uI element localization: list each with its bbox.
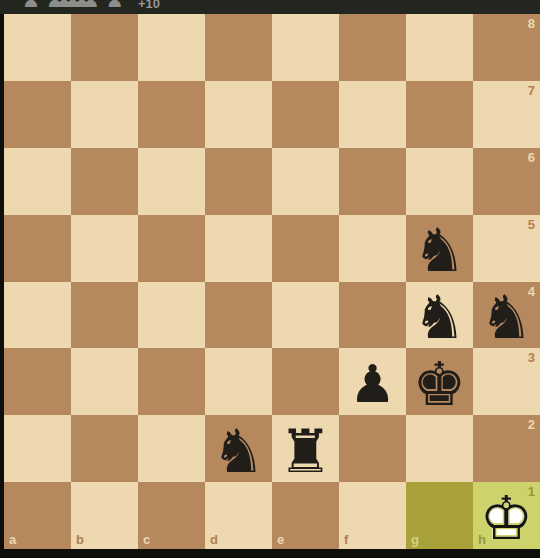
black-knight-g5[interactable]: ♞	[413, 220, 467, 280]
square-h2[interactable]: 2	[473, 415, 540, 482]
square-f4[interactable]	[339, 282, 406, 349]
square-d5[interactable]	[205, 215, 272, 282]
black-knight-g4[interactable]: ♞	[413, 287, 467, 347]
square-g4[interactable]: ♞	[406, 282, 473, 349]
square-h5[interactable]: 5	[473, 215, 540, 282]
rank-label-7: 7	[528, 84, 535, 97]
square-h3[interactable]: 3	[473, 348, 540, 415]
square-a4[interactable]	[4, 282, 71, 349]
square-e6[interactable]	[272, 148, 339, 215]
black-king-g3[interactable]: ♚	[413, 354, 467, 414]
square-g1[interactable]: g	[406, 482, 473, 549]
square-a2[interactable]	[4, 415, 71, 482]
square-a8[interactable]	[4, 14, 71, 81]
square-c3[interactable]	[138, 348, 205, 415]
rank-label-2: 2	[528, 418, 535, 431]
file-label-b: b	[76, 533, 84, 546]
white-king-h1[interactable]: ♚♔	[480, 488, 534, 548]
square-b4[interactable]	[71, 282, 138, 349]
square-a1[interactable]: a	[4, 482, 71, 549]
black-knight-d2[interactable]: ♞	[212, 421, 266, 481]
square-h4[interactable]: 4♞	[473, 282, 540, 349]
material-advantage: +10	[138, 0, 160, 11]
square-h1[interactable]: 1h♚♔	[473, 482, 540, 549]
square-g6[interactable]	[406, 148, 473, 215]
file-label-g: g	[411, 533, 419, 546]
captured-white-pawn-icon: ♟	[22, 0, 40, 10]
square-a5[interactable]	[4, 215, 71, 282]
square-b2[interactable]	[71, 415, 138, 482]
square-h7[interactable]: 7	[473, 81, 540, 148]
square-f8[interactable]	[339, 14, 406, 81]
square-e2[interactable]: ♜	[272, 415, 339, 482]
square-f1[interactable]: f	[339, 482, 406, 549]
square-d4[interactable]	[205, 282, 272, 349]
square-f7[interactable]	[339, 81, 406, 148]
black-pawn-f3[interactable]: ♟	[349, 358, 396, 410]
captured-white-pawn-icon: ♟	[106, 0, 124, 10]
file-label-e: e	[277, 533, 284, 546]
square-d7[interactable]	[205, 81, 272, 148]
square-g3[interactable]: ♚	[406, 348, 473, 415]
square-a3[interactable]	[4, 348, 71, 415]
square-g8[interactable]	[406, 14, 473, 81]
square-f2[interactable]	[339, 415, 406, 482]
file-label-a: a	[9, 533, 16, 546]
square-a7[interactable]	[4, 81, 71, 148]
file-label-c: c	[143, 533, 150, 546]
square-f3[interactable]: ♟	[339, 348, 406, 415]
chess-board[interactable]: 876♞5♞4♞♟♚3♞♜2abcdefg1h♚♔	[4, 14, 540, 549]
square-b8[interactable]	[71, 14, 138, 81]
square-c6[interactable]	[138, 148, 205, 215]
square-b7[interactable]	[71, 81, 138, 148]
square-c7[interactable]	[138, 81, 205, 148]
square-g5[interactable]: ♞	[406, 215, 473, 282]
rank-label-6: 6	[528, 151, 535, 164]
square-d6[interactable]	[205, 148, 272, 215]
square-f5[interactable]	[339, 215, 406, 282]
square-c1[interactable]: c	[138, 482, 205, 549]
square-e3[interactable]	[272, 348, 339, 415]
square-g2[interactable]	[406, 415, 473, 482]
square-d3[interactable]	[205, 348, 272, 415]
square-e7[interactable]	[272, 81, 339, 148]
square-c2[interactable]	[138, 415, 205, 482]
rank-label-3: 3	[528, 351, 535, 364]
square-e1[interactable]: e	[272, 482, 339, 549]
rank-label-8: 8	[528, 17, 535, 30]
rank-label-5: 5	[528, 218, 535, 231]
square-c4[interactable]	[138, 282, 205, 349]
square-g7[interactable]	[406, 81, 473, 148]
square-e8[interactable]	[272, 14, 339, 81]
square-c5[interactable]	[138, 215, 205, 282]
square-c8[interactable]	[138, 14, 205, 81]
square-a6[interactable]	[4, 148, 71, 215]
square-b3[interactable]	[71, 348, 138, 415]
square-b5[interactable]	[71, 215, 138, 282]
square-f6[interactable]	[339, 148, 406, 215]
square-d8[interactable]	[205, 14, 272, 81]
square-e5[interactable]	[272, 215, 339, 282]
square-d2[interactable]: ♞	[205, 415, 272, 482]
material-bar: ♟♟♟♟♟♟♟ +10	[0, 0, 540, 14]
captured-pieces-tray: ♟♟♟♟♟♟♟	[22, 0, 130, 10]
black-knight-h4[interactable]: ♞	[480, 287, 534, 347]
file-label-f: f	[344, 533, 348, 546]
square-b1[interactable]: b	[71, 482, 138, 549]
square-e4[interactable]	[272, 282, 339, 349]
file-label-d: d	[210, 533, 218, 546]
square-b6[interactable]	[71, 148, 138, 215]
captured-white-pawn-icon: ♟	[82, 0, 100, 10]
square-h8[interactable]: 8	[473, 14, 540, 81]
square-h6[interactable]: 6	[473, 148, 540, 215]
black-rook-e2[interactable]: ♜	[279, 421, 333, 481]
square-d1[interactable]: d	[205, 482, 272, 549]
